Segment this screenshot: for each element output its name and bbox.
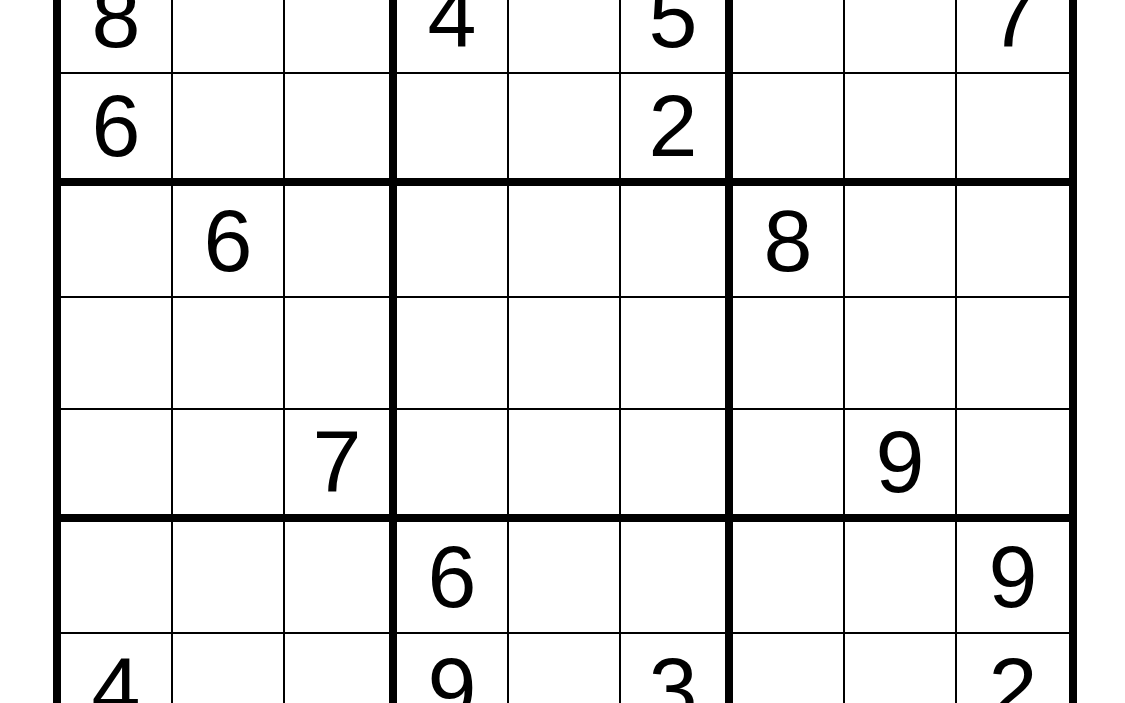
- cell-r2c8[interactable]: [845, 0, 957, 74]
- cell-r5c8[interactable]: [845, 298, 957, 410]
- cell-r3c6[interactable]: 2: [621, 74, 733, 186]
- cell-r4c9[interactable]: [957, 186, 1069, 298]
- cell-r5c1[interactable]: [61, 298, 173, 410]
- cell-r5c6[interactable]: [621, 298, 733, 410]
- cell-r4c1[interactable]: [61, 186, 173, 298]
- cell-r6c4[interactable]: [397, 410, 509, 522]
- sudoku-page: 8457626879694932: [0, 0, 1125, 703]
- cell-r3c1[interactable]: 6: [61, 74, 173, 186]
- cell-r2c7[interactable]: [733, 0, 845, 74]
- cell-r2c2[interactable]: [173, 0, 285, 74]
- cell-r7c4[interactable]: 6: [397, 522, 509, 634]
- cell-r3c4[interactable]: [397, 74, 509, 186]
- cell-r6c7[interactable]: [733, 410, 845, 522]
- cell-r5c9[interactable]: [957, 298, 1069, 410]
- cell-r5c5[interactable]: [509, 298, 621, 410]
- cell-r7c6[interactable]: [621, 522, 733, 634]
- cell-r6c6[interactable]: [621, 410, 733, 522]
- cell-r7c7[interactable]: [733, 522, 845, 634]
- cell-r7c5[interactable]: [509, 522, 621, 634]
- cell-r4c7[interactable]: 8: [733, 186, 845, 298]
- cell-r6c2[interactable]: [173, 410, 285, 522]
- cell-r7c8[interactable]: [845, 522, 957, 634]
- cell-r4c4[interactable]: [397, 186, 509, 298]
- cell-r8c6[interactable]: 3: [621, 634, 733, 703]
- cell-r4c2[interactable]: 6: [173, 186, 285, 298]
- cell-r8c3[interactable]: [285, 634, 397, 703]
- cell-r3c2[interactable]: [173, 74, 285, 186]
- cell-r2c9[interactable]: 7: [957, 0, 1069, 74]
- cell-r6c9[interactable]: [957, 410, 1069, 522]
- cell-r2c6[interactable]: 5: [621, 0, 733, 74]
- cell-r8c5[interactable]: [509, 634, 621, 703]
- cell-r7c2[interactable]: [173, 522, 285, 634]
- cell-r6c8[interactable]: 9: [845, 410, 957, 522]
- cell-r3c5[interactable]: [509, 74, 621, 186]
- sudoku-board: 8457626879694932: [53, 0, 1077, 703]
- cell-r3c3[interactable]: [285, 74, 397, 186]
- cell-r2c3[interactable]: [285, 0, 397, 74]
- cell-r8c4[interactable]: 9: [397, 634, 509, 703]
- cell-r5c3[interactable]: [285, 298, 397, 410]
- cell-r6c3[interactable]: 7: [285, 410, 397, 522]
- cell-r8c8[interactable]: [845, 634, 957, 703]
- cell-r3c8[interactable]: [845, 74, 957, 186]
- cell-r8c7[interactable]: [733, 634, 845, 703]
- cell-r7c9[interactable]: 9: [957, 522, 1069, 634]
- cell-r4c3[interactable]: [285, 186, 397, 298]
- cell-r3c7[interactable]: [733, 74, 845, 186]
- cell-r7c3[interactable]: [285, 522, 397, 634]
- cell-r8c1[interactable]: 4: [61, 634, 173, 703]
- cell-r4c8[interactable]: [845, 186, 957, 298]
- cell-r3c9[interactable]: [957, 74, 1069, 186]
- cell-r5c7[interactable]: [733, 298, 845, 410]
- cell-r2c4[interactable]: 4: [397, 0, 509, 74]
- cell-r5c2[interactable]: [173, 298, 285, 410]
- cell-r5c4[interactable]: [397, 298, 509, 410]
- cell-r6c1[interactable]: [61, 410, 173, 522]
- cell-r7c1[interactable]: [61, 522, 173, 634]
- cell-r2c5[interactable]: [509, 0, 621, 74]
- cell-r4c6[interactable]: [621, 186, 733, 298]
- cell-r8c9[interactable]: 2: [957, 634, 1069, 703]
- cell-r2c1[interactable]: 8: [61, 0, 173, 74]
- cell-r4c5[interactable]: [509, 186, 621, 298]
- cell-r6c5[interactable]: [509, 410, 621, 522]
- cell-r8c2[interactable]: [173, 634, 285, 703]
